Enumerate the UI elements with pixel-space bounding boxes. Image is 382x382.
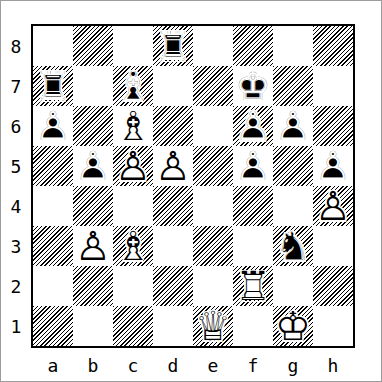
square-a6[interactable]: ♟♙ bbox=[33, 106, 73, 146]
file-label-a: a bbox=[33, 351, 73, 379]
square-e2[interactable] bbox=[193, 266, 233, 306]
square-f5[interactable]: ♟♙ bbox=[233, 146, 273, 186]
rank-labels: 87654321 bbox=[4, 26, 28, 346]
file-labels: abcdefgh bbox=[33, 351, 353, 379]
square-e7[interactable] bbox=[193, 66, 233, 106]
square-e5[interactable] bbox=[193, 146, 233, 186]
chess-diagram: 87654321 ♜♖♜♖♝♗♚♔♟♙♝♗♟♙♟♙♟♙♟♙♟♙♟♙♟♙♟♙♟♙♝… bbox=[0, 0, 382, 382]
black-knight-g3: ♞♘ bbox=[273, 226, 313, 266]
square-c3[interactable]: ♝♗ bbox=[113, 226, 153, 266]
white-bishop-c6: ♝♗ bbox=[113, 106, 153, 146]
square-f4[interactable] bbox=[233, 186, 273, 226]
file-label-g: g bbox=[273, 351, 313, 379]
square-f6[interactable]: ♟♙ bbox=[233, 106, 273, 146]
rank-label-4: 4 bbox=[4, 186, 28, 226]
black-rook-a7: ♜♖ bbox=[33, 66, 73, 106]
square-h8[interactable] bbox=[313, 26, 353, 66]
square-b6[interactable] bbox=[73, 106, 113, 146]
square-h5[interactable]: ♟♙ bbox=[313, 146, 353, 186]
black-pawn-a6: ♟♙ bbox=[33, 106, 73, 146]
square-d7[interactable] bbox=[153, 66, 193, 106]
square-h1[interactable] bbox=[313, 306, 353, 346]
square-c2[interactable] bbox=[113, 266, 153, 306]
square-g1[interactable]: ♚♔ bbox=[273, 306, 313, 346]
square-g4[interactable] bbox=[273, 186, 313, 226]
square-e4[interactable] bbox=[193, 186, 233, 226]
square-d3[interactable] bbox=[153, 226, 193, 266]
square-d8[interactable]: ♜♖ bbox=[153, 26, 193, 66]
square-a3[interactable] bbox=[33, 226, 73, 266]
black-bishop-c7: ♝♗ bbox=[113, 66, 153, 106]
black-pawn-f6: ♟♙ bbox=[233, 106, 273, 146]
square-a4[interactable] bbox=[33, 186, 73, 226]
file-label-h: h bbox=[313, 351, 353, 379]
chess-board: ♜♖♜♖♝♗♚♔♟♙♝♗♟♙♟♙♟♙♟♙♟♙♟♙♟♙♟♙♟♙♝♗♞♘♜♖♛♕♚♔ bbox=[31, 24, 355, 348]
square-c6[interactable]: ♝♗ bbox=[113, 106, 153, 146]
square-b4[interactable] bbox=[73, 186, 113, 226]
rank-label-2: 2 bbox=[4, 266, 28, 306]
white-bishop-c3: ♝♗ bbox=[113, 226, 153, 266]
black-pawn-h5: ♟♙ bbox=[313, 146, 353, 186]
square-d6[interactable] bbox=[153, 106, 193, 146]
file-label-c: c bbox=[113, 351, 153, 379]
square-c8[interactable] bbox=[113, 26, 153, 66]
square-e1[interactable]: ♛♕ bbox=[193, 306, 233, 346]
square-c7[interactable]: ♝♗ bbox=[113, 66, 153, 106]
black-pawn-b5: ♟♙ bbox=[73, 146, 113, 186]
white-king-g1: ♚♔ bbox=[273, 306, 313, 346]
square-e8[interactable] bbox=[193, 26, 233, 66]
black-pawn-g6: ♟♙ bbox=[273, 106, 313, 146]
square-f3[interactable] bbox=[233, 226, 273, 266]
rank-label-3: 3 bbox=[4, 226, 28, 266]
square-a7[interactable]: ♜♖ bbox=[33, 66, 73, 106]
square-b1[interactable] bbox=[73, 306, 113, 346]
square-a2[interactable] bbox=[33, 266, 73, 306]
square-c1[interactable] bbox=[113, 306, 153, 346]
square-c4[interactable] bbox=[113, 186, 153, 226]
black-pawn-f5: ♟♙ bbox=[233, 146, 273, 186]
square-h4[interactable]: ♟♙ bbox=[313, 186, 353, 226]
square-g6[interactable]: ♟♙ bbox=[273, 106, 313, 146]
square-f1[interactable] bbox=[233, 306, 273, 346]
square-g5[interactable] bbox=[273, 146, 313, 186]
square-h3[interactable] bbox=[313, 226, 353, 266]
file-label-b: b bbox=[73, 351, 113, 379]
square-g3[interactable]: ♞♘ bbox=[273, 226, 313, 266]
square-d1[interactable] bbox=[153, 306, 193, 346]
square-g8[interactable] bbox=[273, 26, 313, 66]
rank-label-6: 6 bbox=[4, 106, 28, 146]
square-d2[interactable] bbox=[153, 266, 193, 306]
square-h7[interactable] bbox=[313, 66, 353, 106]
square-d4[interactable] bbox=[153, 186, 193, 226]
white-pawn-b3: ♟♙ bbox=[73, 226, 113, 266]
rank-label-8: 8 bbox=[4, 26, 28, 66]
file-label-e: e bbox=[193, 351, 233, 379]
square-b7[interactable] bbox=[73, 66, 113, 106]
rank-label-7: 7 bbox=[4, 66, 28, 106]
white-pawn-h4: ♟♙ bbox=[313, 186, 353, 226]
square-f7[interactable]: ♚♔ bbox=[233, 66, 273, 106]
white-rook-f2: ♜♖ bbox=[233, 266, 273, 306]
square-f8[interactable] bbox=[233, 26, 273, 66]
rank-label-1: 1 bbox=[4, 306, 28, 346]
square-f2[interactable]: ♜♖ bbox=[233, 266, 273, 306]
square-b8[interactable] bbox=[73, 26, 113, 66]
square-a8[interactable] bbox=[33, 26, 73, 66]
white-queen-e1: ♛♕ bbox=[193, 306, 233, 346]
square-b5[interactable]: ♟♙ bbox=[73, 146, 113, 186]
black-rook-d8: ♜♖ bbox=[153, 26, 193, 66]
square-a1[interactable] bbox=[33, 306, 73, 346]
square-a5[interactable] bbox=[33, 146, 73, 186]
rank-label-5: 5 bbox=[4, 146, 28, 186]
square-h2[interactable] bbox=[313, 266, 353, 306]
square-d5[interactable]: ♟♙ bbox=[153, 146, 193, 186]
file-label-d: d bbox=[153, 351, 193, 379]
white-pawn-c5: ♟♙ bbox=[113, 146, 153, 186]
file-label-f: f bbox=[233, 351, 273, 379]
square-c5[interactable]: ♟♙ bbox=[113, 146, 153, 186]
black-king-f7: ♚♔ bbox=[233, 66, 273, 106]
square-h6[interactable] bbox=[313, 106, 353, 146]
square-e6[interactable] bbox=[193, 106, 233, 146]
square-b2[interactable] bbox=[73, 266, 113, 306]
square-g7[interactable] bbox=[273, 66, 313, 106]
white-pawn-d5: ♟♙ bbox=[153, 146, 193, 186]
square-b3[interactable]: ♟♙ bbox=[73, 226, 113, 266]
square-g2[interactable] bbox=[273, 266, 313, 306]
square-e3[interactable] bbox=[193, 226, 233, 266]
